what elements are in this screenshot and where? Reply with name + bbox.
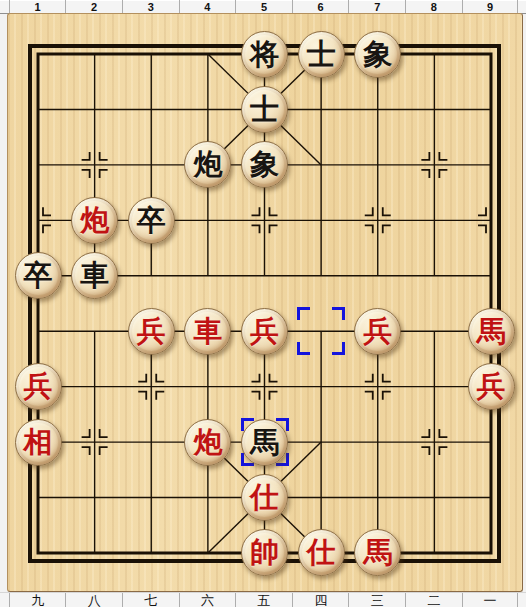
top-file-label-1: 1 — [9, 0, 66, 13]
piece-red-elephant[interactable]: 相 — [15, 419, 62, 466]
piece-black-soldier[interactable]: 卒 — [128, 197, 175, 244]
bottom-file-label-5: 五 — [235, 593, 292, 607]
bottom-file-label-7: 三 — [348, 593, 405, 607]
top-file-label-5: 5 — [235, 0, 292, 13]
top-coordinate-strip: 123456789 — [0, 0, 526, 14]
piece-black-advisor[interactable]: 士 — [298, 31, 345, 78]
pieces-layer: 将士象士炮象炮卒卒車兵車兵兵馬兵兵相炮馬仕帥仕馬 — [10, 26, 520, 580]
piece-red-cannon[interactable]: 炮 — [184, 419, 231, 466]
xiangqi-board[interactable]: 将士象士炮象炮卒卒車兵車兵兵馬兵兵相炮馬仕帥仕馬 — [7, 13, 523, 592]
piece-black-general[interactable]: 将 — [241, 31, 288, 78]
piece-black-soldier[interactable]: 卒 — [15, 252, 62, 299]
piece-black-cannon[interactable]: 炮 — [184, 141, 231, 188]
piece-red-cannon[interactable]: 炮 — [71, 197, 118, 244]
piece-black-advisor[interactable]: 士 — [241, 86, 288, 133]
piece-black-elephant[interactable]: 象 — [354, 31, 401, 78]
top-file-label-2: 2 — [65, 0, 122, 13]
piece-red-horse[interactable]: 馬 — [468, 308, 515, 355]
bottom-file-label-6: 四 — [292, 593, 349, 607]
piece-red-chariot[interactable]: 車 — [184, 308, 231, 355]
piece-black-chariot[interactable]: 車 — [71, 252, 118, 299]
bracket-corner — [297, 307, 310, 320]
bottom-file-label-4: 六 — [179, 593, 236, 607]
piece-red-general[interactable]: 帥 — [241, 529, 288, 576]
piece-red-soldier[interactable]: 兵 — [15, 363, 62, 410]
piece-red-soldier[interactable]: 兵 — [468, 363, 515, 410]
bottom-file-label-2: 八 — [65, 593, 122, 607]
bracket-corner — [332, 307, 345, 320]
bottom-coordinate-cells: 九八七六五四三二一 — [9, 593, 519, 607]
piece-red-advisor[interactable]: 仕 — [241, 474, 288, 521]
top-coordinate-cells: 123456789 — [9, 0, 519, 13]
top-file-label-6: 6 — [292, 0, 349, 13]
top-file-label-8: 8 — [405, 0, 462, 13]
piece-red-soldier[interactable]: 兵 — [241, 308, 288, 355]
piece-red-soldier[interactable]: 兵 — [128, 308, 175, 355]
bottom-file-label-9: 一 — [462, 593, 519, 607]
top-file-label-4: 4 — [179, 0, 236, 13]
bracket-corner — [297, 342, 310, 355]
top-file-label-9: 9 — [462, 0, 519, 13]
top-file-label-7: 7 — [348, 0, 405, 13]
bottom-file-label-3: 七 — [122, 593, 179, 607]
bottom-coordinate-strip: 九八七六五四三二一 — [0, 592, 526, 607]
bottom-file-label-8: 二 — [405, 593, 462, 607]
bracket-corner — [332, 342, 345, 355]
piece-black-horse[interactable]: 馬 — [241, 419, 288, 466]
piece-red-advisor[interactable]: 仕 — [298, 529, 345, 576]
last-move-origin-marker — [297, 307, 345, 355]
piece-red-horse[interactable]: 馬 — [354, 529, 401, 576]
bottom-file-label-1: 九 — [9, 593, 66, 607]
piece-black-elephant[interactable]: 象 — [241, 141, 288, 188]
piece-red-soldier[interactable]: 兵 — [354, 308, 401, 355]
top-file-label-3: 3 — [122, 0, 179, 13]
